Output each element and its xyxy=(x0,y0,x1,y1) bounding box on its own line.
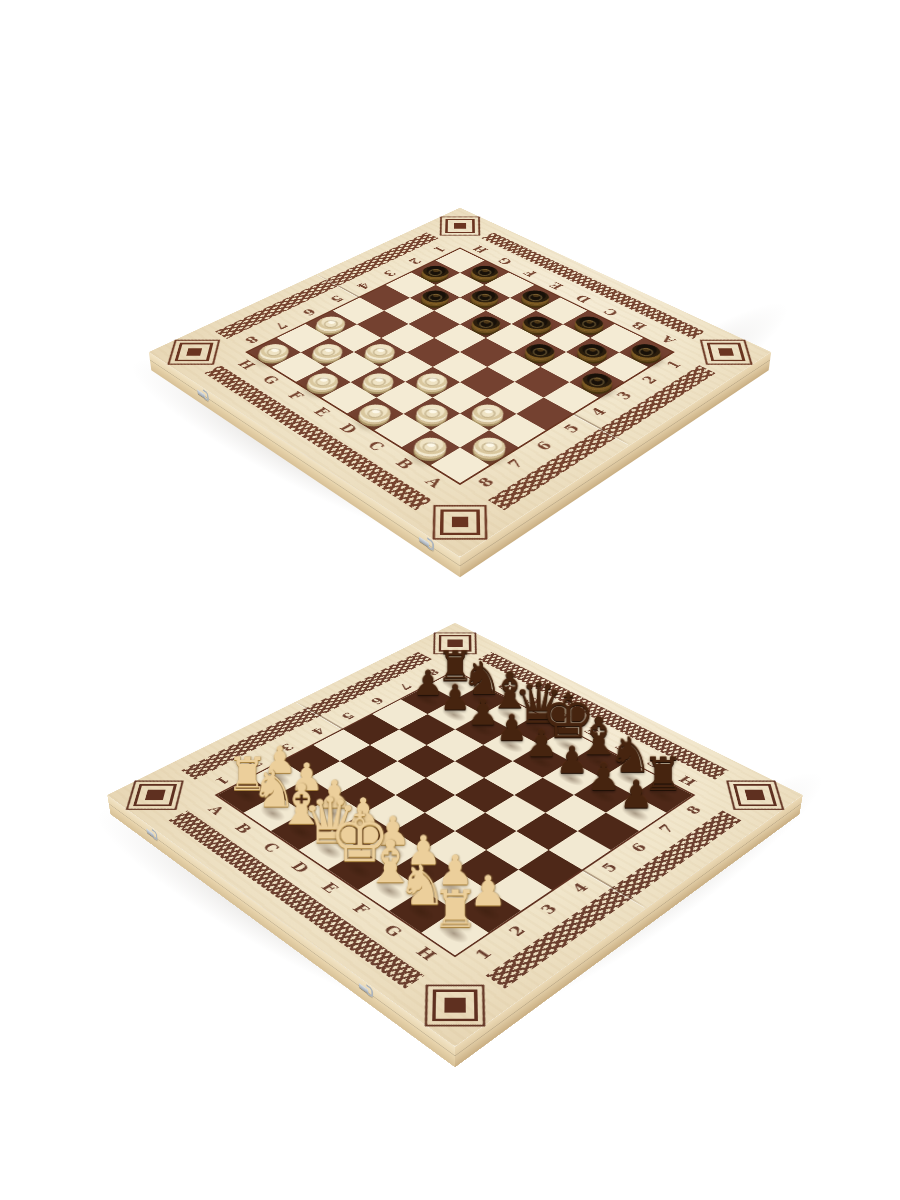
checkers-square-r6c6[interactable] xyxy=(431,413,488,447)
corner-diamond-motif xyxy=(167,340,220,365)
square-d6[interactable] xyxy=(455,745,513,778)
checker-piece-light[interactable] xyxy=(254,341,295,364)
checkers-board-face: HGFEDCBAHGFEDCBA1234567812345678 xyxy=(149,208,771,557)
corner-diamond-motif xyxy=(126,781,184,810)
checkers-board-3d: HGFEDCBAHGFEDCBA1234567812345678 xyxy=(149,208,771,557)
corner-diamond-motif xyxy=(700,340,753,365)
black-pawn-glyph: ♟ xyxy=(619,777,654,813)
corner-diamond-motif xyxy=(726,781,784,810)
checkers-grid xyxy=(245,247,675,485)
chess-piece-white-rook[interactable]: ♜ xyxy=(414,829,495,933)
chess-piece-black-pawn[interactable]: ♟ xyxy=(600,719,673,812)
checker-piece-dark[interactable] xyxy=(569,313,609,334)
white-rook-glyph: ♜ xyxy=(432,885,478,933)
checkers-board: HGFEDCBAHGFEDCBA1234567812345678 xyxy=(240,132,680,572)
checker-piece-light[interactable] xyxy=(311,313,351,334)
chess-board: ABCDEFGHABCDEFGH8765432187654321♜♞♝♛♚♝♞♜… xyxy=(209,549,701,1041)
corner-diamond-motif xyxy=(425,985,486,1027)
chess-board-3d: ABCDEFGHABCDEFGH8765432187654321♜♞♝♛♚♝♞♜… xyxy=(107,623,803,1047)
chess-grid: ♜♞♝♛♚♝♞♜♟♟♟♟♟♟♟♟♟♟♟♟♟♟♟♟♜♞♝♛♚♝♞♜ xyxy=(215,670,696,957)
corner-diamond-motif xyxy=(440,217,481,236)
corner-diamond-motif xyxy=(433,505,488,540)
chess-board-face: ABCDEFGHABCDEFGH8765432187654321♜♞♝♛♚♝♞♜… xyxy=(107,623,803,1047)
